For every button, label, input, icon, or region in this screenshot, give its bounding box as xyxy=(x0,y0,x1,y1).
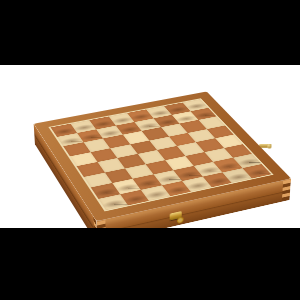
brass-clasp xyxy=(169,211,181,220)
piece-glyph: ♜ xyxy=(93,163,135,210)
letterbox-top xyxy=(0,0,300,65)
letterbox-bottom xyxy=(0,228,300,300)
product-photo: ♜♞♝♛♚♝♞♜♟♟♟♟♟♟♟♟♟♟♟♟♟♟♟♟♜♞♝♛♚♝♞♜ xyxy=(0,0,300,300)
